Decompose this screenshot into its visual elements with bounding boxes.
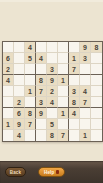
- cell-r3c5[interactable]: 3: [47, 64, 58, 75]
- cell-r2c6[interactable]: [58, 53, 69, 64]
- cell-r2c8[interactable]: 3: [80, 53, 91, 64]
- cell-r5c5[interactable]: 2: [47, 86, 58, 97]
- cell-r6c1[interactable]: [3, 97, 14, 108]
- cell-r6c6[interactable]: [58, 97, 69, 108]
- cell-r5c7[interactable]: 3: [69, 86, 80, 97]
- cell-r3c4[interactable]: [36, 64, 47, 75]
- cell-r8c2[interactable]: 9: [14, 119, 25, 130]
- cell-r7c9[interactable]: [91, 108, 102, 119]
- cell-r8c8[interactable]: [80, 119, 91, 130]
- cell-r1c4[interactable]: [36, 42, 47, 53]
- cell-r4c9[interactable]: [91, 75, 102, 86]
- cell-r3c7[interactable]: 7: [69, 64, 80, 75]
- cell-r1c1[interactable]: [3, 42, 14, 53]
- bottom-toolbar: Back Help: [0, 161, 103, 183]
- cell-r9c2[interactable]: 4: [14, 130, 25, 141]
- cell-r3c6[interactable]: [58, 64, 69, 75]
- cell-r5c9[interactable]: [91, 86, 102, 97]
- cell-r6c2[interactable]: 2: [14, 97, 25, 108]
- cell-r2c1[interactable]: 6: [3, 53, 14, 64]
- cell-r5c2[interactable]: [14, 86, 25, 97]
- cell-r7c1[interactable]: [3, 108, 14, 119]
- cell-r1c2[interactable]: [14, 42, 25, 53]
- cell-r5c6[interactable]: [58, 86, 69, 97]
- cell-r7c7[interactable]: 4: [69, 108, 80, 119]
- cell-r3c9[interactable]: [91, 64, 102, 75]
- cell-r5c4[interactable]: 7: [36, 86, 47, 97]
- cell-r7c8[interactable]: [80, 108, 91, 119]
- help-button[interactable]: Help: [38, 167, 65, 177]
- cell-r3c3[interactable]: [25, 64, 36, 75]
- cell-r7c3[interactable]: 8: [25, 108, 36, 119]
- cell-r9c5[interactable]: 8: [47, 130, 58, 141]
- cell-r9c6[interactable]: 7: [58, 130, 69, 141]
- cell-r4c8[interactable]: [80, 75, 91, 86]
- cell-r4c5[interactable]: 9: [47, 75, 58, 86]
- cell-r8c5[interactable]: 5: [47, 119, 58, 130]
- cell-r6c9[interactable]: [91, 97, 102, 108]
- cell-r5c3[interactable]: 1: [25, 86, 36, 97]
- cell-r1c3[interactable]: 4: [25, 42, 36, 53]
- cell-r6c3[interactable]: [25, 97, 36, 108]
- cell-r2c5[interactable]: [47, 53, 58, 64]
- cell-r9c7[interactable]: [69, 130, 80, 141]
- cell-r2c3[interactable]: 5: [25, 53, 36, 64]
- cell-r1c6[interactable]: [58, 42, 69, 53]
- sudoku-board: 49865413237489117234234876891419754871: [2, 41, 103, 142]
- cell-r8c9[interactable]: [91, 119, 102, 130]
- cell-r3c1[interactable]: 2: [3, 64, 14, 75]
- cell-r6c8[interactable]: 7: [80, 97, 91, 108]
- back-button-label: Back: [10, 170, 22, 175]
- cell-r4c7[interactable]: [69, 75, 80, 86]
- cell-r9c1[interactable]: [3, 130, 14, 141]
- cell-r5c8[interactable]: 4: [80, 86, 91, 97]
- cell-r6c7[interactable]: 8: [69, 97, 80, 108]
- cell-r9c3[interactable]: [25, 130, 36, 141]
- cell-r7c5[interactable]: [47, 108, 58, 119]
- cell-r8c7[interactable]: [69, 119, 80, 130]
- cell-r8c4[interactable]: [36, 119, 47, 130]
- cell-r8c1[interactable]: 1: [3, 119, 14, 130]
- cell-r7c6[interactable]: 1: [58, 108, 69, 119]
- cell-r8c6[interactable]: [58, 119, 69, 130]
- help-button-label: Help: [44, 170, 55, 175]
- cell-r9c9[interactable]: [91, 130, 102, 141]
- cell-r1c9[interactable]: 8: [91, 42, 102, 53]
- cell-r4c2[interactable]: [14, 75, 25, 86]
- cell-r1c8[interactable]: 9: [80, 42, 91, 53]
- cell-r7c2[interactable]: 6: [14, 108, 25, 119]
- cell-r4c4[interactable]: 8: [36, 75, 47, 86]
- cell-r4c6[interactable]: 1: [58, 75, 69, 86]
- cell-r4c3[interactable]: [25, 75, 36, 86]
- cell-r8c3[interactable]: 7: [25, 119, 36, 130]
- sudoku-app-screen: 49865413237489117234234876891419754871 B…: [0, 0, 103, 183]
- cell-r2c7[interactable]: 1: [69, 53, 80, 64]
- cell-r9c8[interactable]: 1: [80, 130, 91, 141]
- cell-r6c4[interactable]: 3: [36, 97, 47, 108]
- cell-r6c5[interactable]: 4: [47, 97, 58, 108]
- cell-r7c4[interactable]: 9: [36, 108, 47, 119]
- help-badge-icon: [56, 170, 59, 175]
- cell-r4c1[interactable]: 4: [3, 75, 14, 86]
- cell-r1c5[interactable]: [47, 42, 58, 53]
- cell-r3c2[interactable]: [14, 64, 25, 75]
- cell-r2c9[interactable]: [91, 53, 102, 64]
- cell-r2c2[interactable]: [14, 53, 25, 64]
- cell-r1c7[interactable]: [69, 42, 80, 53]
- cell-r2c4[interactable]: 4: [36, 53, 47, 64]
- cell-r9c4[interactable]: [36, 130, 47, 141]
- cell-r3c8[interactable]: [80, 64, 91, 75]
- cell-r5c1[interactable]: [3, 86, 14, 97]
- back-button[interactable]: Back: [5, 167, 26, 177]
